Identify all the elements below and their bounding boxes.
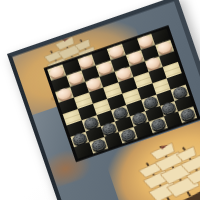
board-wrap	[7, 0, 200, 200]
checkers-board	[7, 0, 200, 200]
photo-background	[0, 0, 200, 200]
